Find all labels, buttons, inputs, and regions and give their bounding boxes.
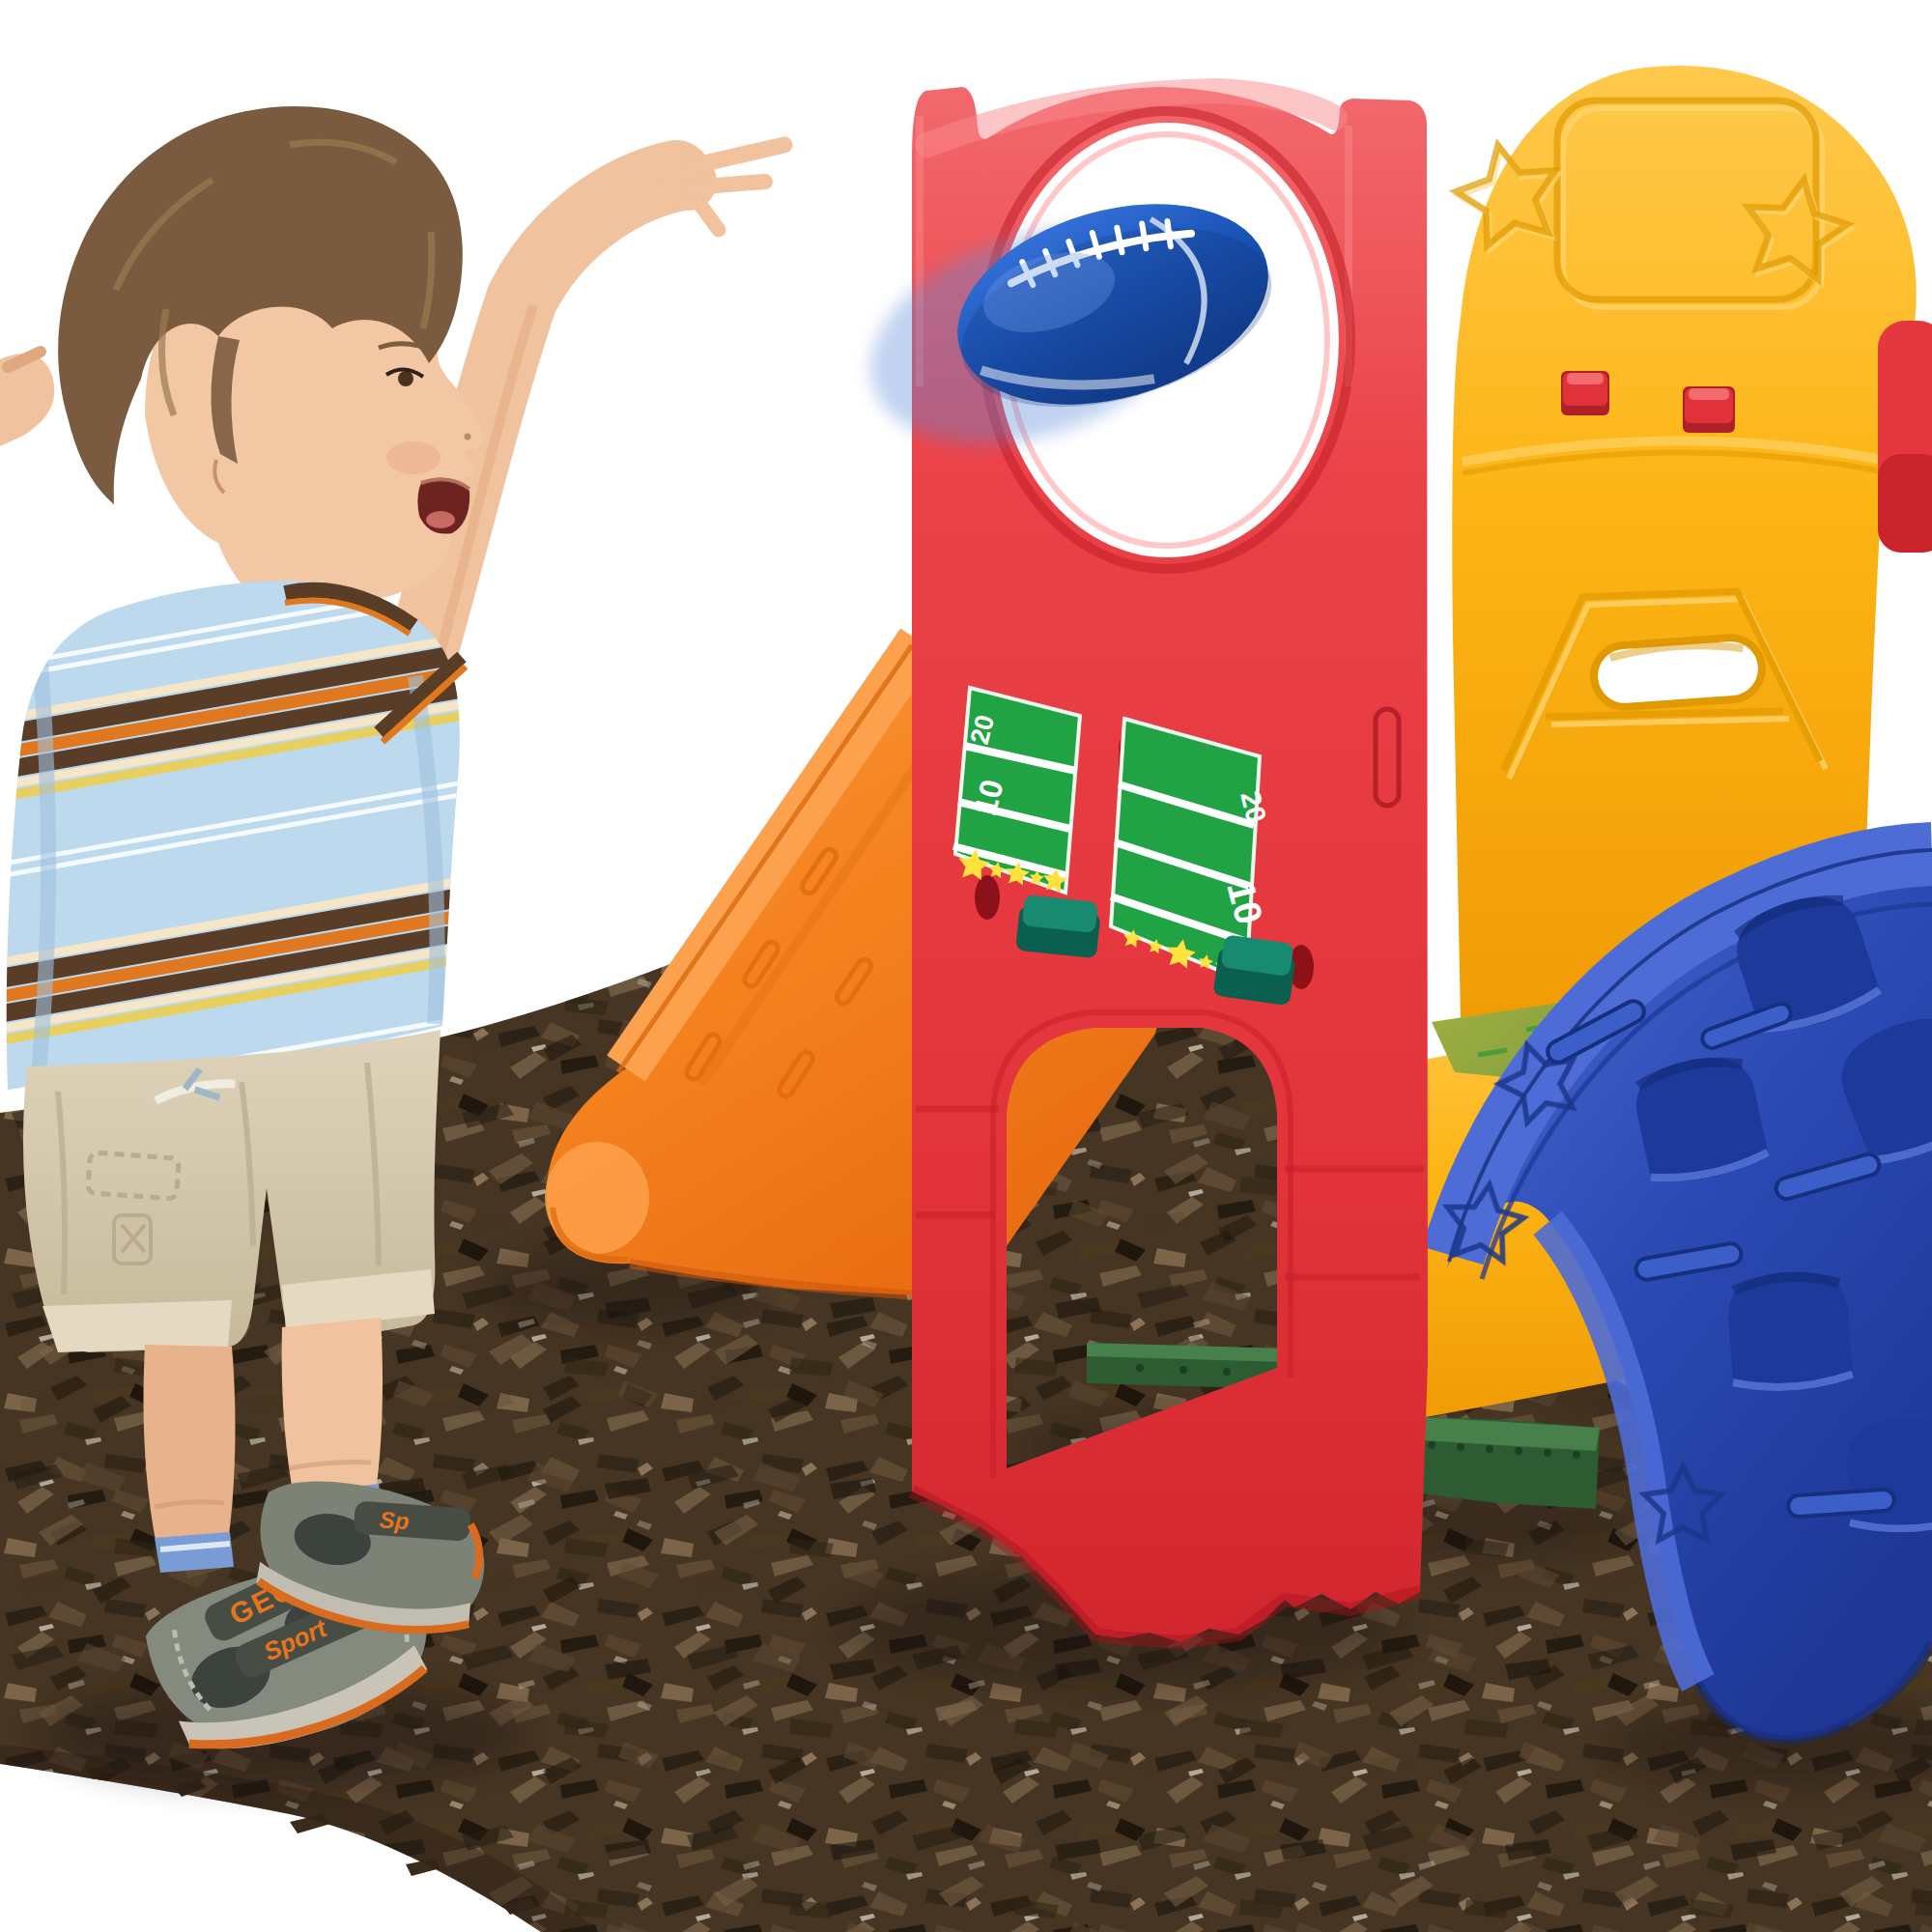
shorts-strap: [114, 1215, 151, 1264]
scene: 20 10 20 10: [0, 0, 1932, 1932]
yard-decal-left: 20 10: [953, 688, 1080, 893]
slider-tab-right: [1212, 934, 1297, 1007]
green-base-right: [1406, 1416, 1600, 1509]
red-hoop-rim: [1878, 321, 1932, 553]
handle-slot: [1592, 636, 1764, 709]
child-shorts: [23, 1030, 440, 1352]
red-clip-right: [1683, 386, 1735, 433]
photo-canvas: 20 10 20 10: [0, 0, 1932, 1932]
shoe-partial-text: Sp: [379, 1506, 410, 1534]
red-clip-left: [1561, 371, 1609, 415]
slider-tab-left: [1015, 895, 1102, 958]
child-eye: [398, 371, 413, 386]
